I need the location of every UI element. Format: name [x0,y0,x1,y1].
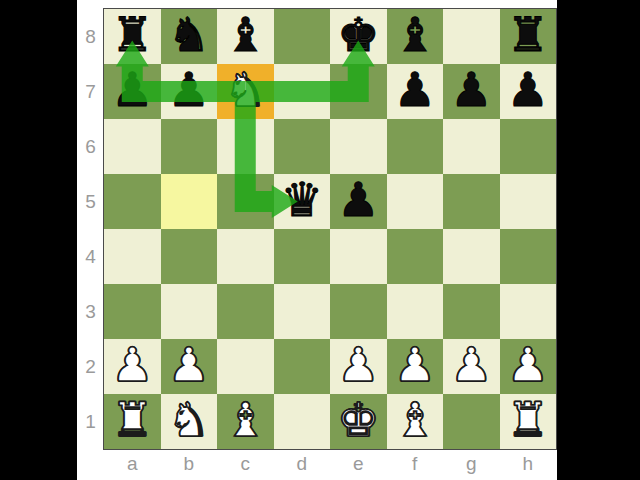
piece-white-rook-a1[interactable]: ♜ [111,392,153,447]
file-label-c: c [217,450,274,478]
piece-white-pawn-g2[interactable]: ♟ [450,337,492,392]
square-g4[interactable] [443,229,500,284]
square-d6[interactable] [274,119,331,174]
square-e4[interactable] [330,229,387,284]
square-f4[interactable] [387,229,444,284]
square-f3[interactable] [387,284,444,339]
piece-black-king-e8[interactable]: ♚ [337,7,379,62]
piece-white-pawn-b2[interactable]: ♟ [168,337,210,392]
piece-white-knight-b1[interactable]: ♞ [168,392,210,447]
file-label-b: b [161,450,218,478]
square-c6[interactable] [217,119,274,174]
square-h1[interactable]: ♜ [500,394,557,449]
piece-white-bishop-c1[interactable]: ♝ [224,392,266,447]
square-e5[interactable]: ♟ [330,174,387,229]
square-a4[interactable] [104,229,161,284]
square-b1[interactable]: ♞ [161,394,218,449]
square-g7[interactable]: ♟ [443,64,500,119]
square-c7[interactable]: ♞ [217,64,274,119]
rank-label-6: 6 [77,119,104,174]
file-label-g: g [443,450,500,478]
square-g3[interactable] [443,284,500,339]
square-e8[interactable]: ♚ [330,9,387,64]
square-f7[interactable]: ♟ [387,64,444,119]
rank-label-7: 7 [77,64,104,119]
square-h3[interactable] [500,284,557,339]
square-h7[interactable]: ♟ [500,64,557,119]
piece-black-pawn-f7[interactable]: ♟ [394,62,436,117]
square-f1[interactable]: ♝ [387,394,444,449]
rank-label-8: 8 [77,9,104,64]
piece-black-pawn-a7[interactable]: ♟ [111,62,153,117]
rank-labels: 87654321 [77,9,104,449]
file-label-e: e [330,450,387,478]
letterbox-left [0,0,77,480]
square-h2[interactable]: ♟ [500,339,557,394]
file-labels: abcdefgh [104,450,556,478]
square-f6[interactable] [387,119,444,174]
piece-white-bishop-f1[interactable]: ♝ [394,392,436,447]
piece-black-bishop-f8[interactable]: ♝ [394,7,436,62]
square-c1[interactable]: ♝ [217,394,274,449]
piece-white-pawn-f2[interactable]: ♟ [394,337,436,392]
piece-white-pawn-h2[interactable]: ♟ [507,337,549,392]
square-e3[interactable] [330,284,387,339]
file-label-f: f [387,450,444,478]
square-g2[interactable]: ♟ [443,339,500,394]
square-g5[interactable] [443,174,500,229]
square-f2[interactable]: ♟ [387,339,444,394]
rank-label-2: 2 [77,339,104,394]
square-d2[interactable] [274,339,331,394]
square-e2[interactable]: ♟ [330,339,387,394]
file-label-h: h [500,450,557,478]
piece-white-knight-c7[interactable]: ♞ [224,62,266,117]
square-d4[interactable] [274,229,331,284]
piece-white-king-e1[interactable]: ♚ [337,392,379,447]
piece-black-knight-b8[interactable]: ♞ [168,7,210,62]
square-g6[interactable] [443,119,500,174]
square-b7[interactable]: ♟ [161,64,218,119]
file-label-d: d [274,450,331,478]
square-d8[interactable] [274,9,331,64]
square-c8[interactable]: ♝ [217,9,274,64]
square-h4[interactable] [500,229,557,284]
square-b5[interactable] [161,174,218,229]
square-c3[interactable] [217,284,274,339]
square-a1[interactable]: ♜ [104,394,161,449]
square-a8[interactable]: ♜ [104,9,161,64]
piece-white-pawn-a2[interactable]: ♟ [111,337,153,392]
square-e1[interactable]: ♚ [330,394,387,449]
square-d7[interactable] [274,64,331,119]
square-h8[interactable]: ♜ [500,9,557,64]
piece-black-queen-d5[interactable]: ♛ [281,172,323,227]
square-c4[interactable] [217,229,274,284]
rank-label-1: 1 [77,394,104,449]
chess-board[interactable]: ♜♞♝♚♝♜♟♟♞♟♟♟♛♟♟♟♟♟♟♟♜♞♝♚♝♜ [104,9,556,449]
square-h6[interactable] [500,119,557,174]
square-d1[interactable] [274,394,331,449]
square-a3[interactable] [104,284,161,339]
piece-white-rook-h1[interactable]: ♜ [507,392,549,447]
rank-label-4: 4 [77,229,104,284]
piece-white-pawn-e2[interactable]: ♟ [337,337,379,392]
square-c5[interactable] [217,174,274,229]
app-canvas: 87654321 ♜♞♝♚♝♜♟♟♞♟♟♟♛♟♟♟♟♟♟♟♜♞♝♚♝♜ abcd… [0,0,640,480]
piece-black-pawn-b7[interactable]: ♟ [168,62,210,117]
square-b4[interactable] [161,229,218,284]
square-b3[interactable] [161,284,218,339]
square-f5[interactable] [387,174,444,229]
square-e7[interactable] [330,64,387,119]
square-a7[interactable]: ♟ [104,64,161,119]
square-a2[interactable]: ♟ [104,339,161,394]
rank-label-3: 3 [77,284,104,339]
piece-black-pawn-e5[interactable]: ♟ [337,172,379,227]
piece-black-rook-a8[interactable]: ♜ [111,7,153,62]
file-label-a: a [104,450,161,478]
square-g8[interactable] [443,9,500,64]
square-c2[interactable] [217,339,274,394]
letterbox-right [557,0,640,480]
square-a5[interactable] [104,174,161,229]
piece-black-rook-h8[interactable]: ♜ [507,7,549,62]
piece-black-pawn-g7[interactable]: ♟ [450,62,492,117]
square-f8[interactable]: ♝ [387,9,444,64]
square-e6[interactable] [330,119,387,174]
square-h5[interactable] [500,174,557,229]
square-b6[interactable] [161,119,218,174]
square-g1[interactable] [443,394,500,449]
square-d5[interactable]: ♛ [274,174,331,229]
piece-black-bishop-c8[interactable]: ♝ [224,7,266,62]
rank-label-5: 5 [77,174,104,229]
piece-black-pawn-h7[interactable]: ♟ [507,62,549,117]
square-a6[interactable] [104,119,161,174]
square-b8[interactable]: ♞ [161,9,218,64]
square-d3[interactable] [274,284,331,339]
square-b2[interactable]: ♟ [161,339,218,394]
